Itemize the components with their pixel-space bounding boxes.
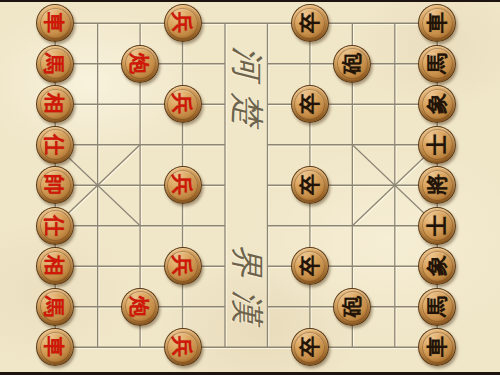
piece-red-soldier[interactable]: 兵 (164, 4, 202, 42)
piece-red-soldier[interactable]: 兵 (164, 166, 202, 204)
black-soldier-glyph: 卒 (292, 248, 327, 283)
piece-black-advisor[interactable]: 士 (418, 207, 456, 245)
piece-black-cannon[interactable]: 砲 (333, 288, 371, 326)
piece-red-chariot[interactable]: 車 (36, 328, 74, 366)
black-cannon-glyph: 砲 (334, 289, 369, 324)
piece-red-soldier[interactable]: 兵 (164, 85, 202, 123)
black-soldier-glyph: 卒 (292, 86, 327, 121)
black-soldier-glyph: 卒 (292, 329, 327, 364)
black-advisor-glyph: 士 (419, 127, 454, 162)
piece-black-cannon[interactable]: 砲 (333, 45, 371, 83)
black-advisor-glyph: 士 (419, 208, 454, 243)
red-advisor-glyph: 仕 (37, 208, 72, 243)
red-chariot-glyph: 車 (37, 329, 72, 364)
xiangqi-board: 河 楚 界 漢 車馬相仕帥仕相馬車炮炮兵兵兵兵兵卒卒卒卒卒砲砲車馬象士將士象馬車 (0, 0, 500, 375)
piece-black-chariot[interactable]: 車 (418, 328, 456, 366)
black-horse-glyph: 馬 (419, 46, 454, 81)
piece-red-cannon[interactable]: 炮 (121, 45, 159, 83)
piece-black-soldier[interactable]: 卒 (291, 328, 329, 366)
black-elephant-glyph: 象 (419, 248, 454, 283)
piece-black-general[interactable]: 將 (418, 166, 456, 204)
piece-red-advisor[interactable]: 仕 (36, 126, 74, 164)
red-soldier-glyph: 兵 (165, 248, 200, 283)
black-chariot-glyph: 車 (419, 5, 454, 40)
black-horse-glyph: 馬 (419, 289, 454, 324)
red-elephant-glyph: 相 (37, 86, 72, 121)
piece-red-soldier[interactable]: 兵 (164, 247, 202, 285)
piece-black-horse[interactable]: 馬 (418, 45, 456, 83)
black-elephant-glyph: 象 (419, 86, 454, 121)
red-soldier-glyph: 兵 (165, 5, 200, 40)
black-cannon-glyph: 砲 (334, 46, 369, 81)
black-soldier-glyph: 卒 (292, 167, 327, 202)
red-cannon-glyph: 炮 (122, 289, 157, 324)
red-elephant-glyph: 相 (37, 248, 72, 283)
red-chariot-glyph: 車 (37, 5, 72, 40)
piece-red-elephant[interactable]: 相 (36, 85, 74, 123)
piece-black-soldier[interactable]: 卒 (291, 166, 329, 204)
piece-red-general[interactable]: 帥 (36, 166, 74, 204)
piece-red-horse[interactable]: 馬 (36, 45, 74, 83)
piece-red-horse[interactable]: 馬 (36, 288, 74, 326)
red-soldier-glyph: 兵 (165, 86, 200, 121)
piece-red-soldier[interactable]: 兵 (164, 328, 202, 366)
red-cannon-glyph: 炮 (122, 46, 157, 81)
piece-black-advisor[interactable]: 士 (418, 126, 456, 164)
piece-red-chariot[interactable]: 車 (36, 4, 74, 42)
piece-black-chariot[interactable]: 車 (418, 4, 456, 42)
piece-black-soldier[interactable]: 卒 (291, 85, 329, 123)
black-general-glyph: 將 (419, 167, 454, 202)
piece-black-horse[interactable]: 馬 (418, 288, 456, 326)
black-chariot-glyph: 車 (419, 329, 454, 364)
piece-red-advisor[interactable]: 仕 (36, 207, 74, 245)
window-edge-top (0, 0, 500, 2)
piece-red-cannon[interactable]: 炮 (121, 288, 159, 326)
piece-black-elephant[interactable]: 象 (418, 247, 456, 285)
red-soldier-glyph: 兵 (165, 329, 200, 364)
piece-black-elephant[interactable]: 象 (418, 85, 456, 123)
piece-black-soldier[interactable]: 卒 (291, 247, 329, 285)
red-advisor-glyph: 仕 (37, 127, 72, 162)
piece-black-soldier[interactable]: 卒 (291, 4, 329, 42)
red-horse-glyph: 馬 (37, 46, 72, 81)
piece-red-elephant[interactable]: 相 (36, 247, 74, 285)
black-soldier-glyph: 卒 (292, 5, 327, 40)
pieces-layer: 車馬相仕帥仕相馬車炮炮兵兵兵兵兵卒卒卒卒卒砲砲車馬象士將士象馬車 (34, 3, 458, 368)
red-soldier-glyph: 兵 (165, 167, 200, 202)
red-general-glyph: 帥 (37, 167, 72, 202)
red-horse-glyph: 馬 (37, 289, 72, 324)
